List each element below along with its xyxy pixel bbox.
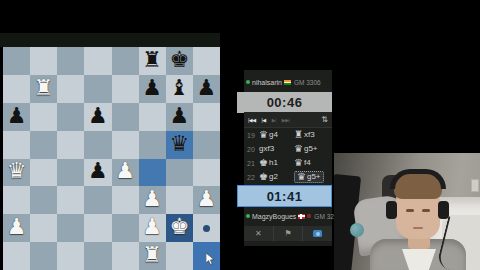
move-number: 22	[244, 174, 259, 181]
square-a6[interactable]: ♟	[3, 103, 30, 131]
white-pawn: ♟	[7, 216, 27, 238]
white-move[interactable]: ♛g4	[259, 130, 294, 140]
square-h3[interactable]: ♟	[193, 186, 220, 214]
picture-frame	[471, 179, 479, 192]
move-navigation-bar: |◀◀ |◀ ▶| ▶▶| ⇅	[244, 112, 332, 128]
webcam-feed	[334, 153, 480, 270]
square-a8[interactable]	[3, 47, 30, 75]
white-pawn: ♟	[142, 188, 162, 210]
black-bishop: ♝	[169, 77, 189, 99]
player-eye	[422, 209, 430, 212]
move-san: f4	[304, 159, 311, 167]
white-king: ♚	[169, 216, 189, 238]
online-dot	[246, 80, 250, 84]
window-top-strip	[0, 33, 220, 47]
square-b2[interactable]	[30, 214, 57, 242]
mouse-cursor	[206, 253, 215, 265]
square-g1[interactable]	[166, 242, 193, 270]
square-h4[interactable]	[193, 159, 220, 187]
square-f3[interactable]: ♟	[139, 186, 166, 214]
square-h2[interactable]	[193, 214, 220, 242]
square-c2[interactable]	[57, 214, 84, 242]
square-f8[interactable]: ♜	[139, 47, 166, 75]
square-e2[interactable]	[112, 214, 139, 242]
opponent-rating: GM 3306	[294, 79, 321, 86]
white-rook: ♜	[34, 77, 54, 99]
white-move[interactable]: ♚g2	[259, 172, 294, 182]
square-c5[interactable]	[57, 131, 84, 159]
black-pawn: ♟	[88, 105, 108, 127]
square-b8[interactable]	[30, 47, 57, 75]
stream-frame: ♜♚♜♟♝♟♟♟♟♛♛♟♟♟♟♟♟♚♜ nihalsarin GM 3306 0…	[0, 0, 480, 270]
white-rook: ♜	[142, 244, 162, 266]
square-b7[interactable]: ♜	[30, 75, 57, 103]
square-g5[interactable]: ♛	[166, 131, 193, 159]
figurine-icon: ♚	[259, 158, 268, 168]
square-f4[interactable]	[139, 159, 166, 187]
square-e7[interactable]	[112, 75, 139, 103]
square-h7[interactable]: ♟	[193, 75, 220, 103]
title-badge-icon	[307, 214, 311, 218]
india-flag-icon	[284, 80, 291, 85]
camera-toggle-button[interactable]	[302, 226, 332, 241]
square-f2[interactable]: ♟	[139, 214, 166, 242]
player-name: MagzyBogues	[252, 213, 296, 220]
square-h6[interactable]	[193, 103, 220, 131]
black-pawn: ♟	[169, 105, 189, 127]
square-a4[interactable]: ♛	[3, 159, 30, 187]
black-move-current[interactable]: ♛g5+	[294, 171, 324, 183]
online-dot	[246, 214, 250, 218]
square-d2[interactable]	[84, 214, 111, 242]
camera-icon	[313, 230, 322, 237]
black-pawn: ♟	[142, 77, 162, 99]
black-pawn: ♟	[197, 77, 217, 99]
square-c6[interactable]	[57, 103, 84, 131]
square-e4[interactable]: ♟	[112, 159, 139, 187]
opponent-clock: 00:46	[237, 92, 332, 113]
move-list: 19♛g4♜xf320gxf3♛g5+21♚h1♛f422♚g2♛g5+	[244, 128, 332, 184]
square-b5[interactable]	[30, 131, 57, 159]
white-pawn: ♟	[115, 160, 135, 182]
move-row-20: 20gxf3♛g5+	[244, 142, 332, 156]
move-san: xf3	[304, 131, 315, 139]
square-h5[interactable]	[193, 131, 220, 159]
square-e5[interactable]	[112, 131, 139, 159]
black-move[interactable]: ♛f4	[294, 158, 332, 168]
square-g2[interactable]: ♚	[166, 214, 193, 242]
square-g8[interactable]: ♚	[166, 47, 193, 75]
square-g6[interactable]: ♟	[166, 103, 193, 131]
figurine-icon: ♛	[297, 172, 306, 182]
legal-move-dot	[203, 225, 210, 232]
figurine-icon: ♛	[259, 130, 268, 140]
black-move[interactable]: ♜xf3	[294, 130, 332, 140]
square-e3[interactable]	[112, 186, 139, 214]
move-number: 19	[244, 132, 259, 139]
figurine-icon: ♛	[294, 158, 303, 168]
square-f6[interactable]	[139, 103, 166, 131]
opponent-row: nihalsarin GM 3306	[246, 75, 330, 89]
square-a1[interactable]	[3, 242, 30, 270]
chess-board[interactable]: ♜♚♜♟♝♟♟♟♟♛♛♟♟♟♟♟♟♚♜	[3, 47, 220, 270]
square-f1[interactable]: ♜	[139, 242, 166, 270]
player-row: MagzyBogues GM 3214	[246, 209, 330, 223]
white-move[interactable]: ♚h1	[259, 158, 294, 168]
black-pawn: ♟	[88, 160, 108, 182]
first-move-button[interactable]: |◀◀	[248, 117, 256, 123]
next-move-button[interactable]: ▶|	[272, 117, 276, 123]
square-g3[interactable]	[166, 186, 193, 214]
square-b4[interactable]	[30, 159, 57, 187]
figurine-icon: ♛	[294, 144, 303, 154]
last-move-button[interactable]: ▶▶|	[282, 117, 290, 123]
player-mouth	[413, 227, 423, 229]
norway-flag-icon	[298, 214, 305, 219]
square-c7[interactable]	[57, 75, 84, 103]
figurine-icon: ♚	[259, 172, 268, 182]
square-d7[interactable]	[84, 75, 111, 103]
black-rook: ♜	[142, 49, 162, 71]
headphones-band-icon	[390, 169, 446, 189]
move-san: h1	[269, 159, 278, 167]
teal-ball	[350, 223, 364, 237]
move-row-21: 21♚h1♛f4	[244, 156, 332, 170]
close-button[interactable]: ✕	[244, 226, 273, 241]
square-a2[interactable]: ♟	[3, 214, 30, 242]
white-pawn: ♟	[142, 216, 162, 238]
move-number: 21	[244, 160, 259, 167]
move-san: g5+	[304, 145, 318, 153]
square-c8[interactable]	[57, 47, 84, 75]
square-c3[interactable]	[57, 186, 84, 214]
square-e1[interactable]	[112, 242, 139, 270]
square-c4[interactable]	[57, 159, 84, 187]
square-b3[interactable]	[30, 186, 57, 214]
square-a5[interactable]	[3, 131, 30, 159]
square-e8[interactable]	[112, 47, 139, 75]
square-c1[interactable]	[57, 242, 84, 270]
game-action-bar: ✕ ⚑	[244, 226, 332, 241]
player-clock: 01:41	[237, 185, 332, 207]
white-pawn: ♟	[197, 188, 217, 210]
square-a3[interactable]	[3, 186, 30, 214]
move-san: gxf3	[259, 145, 274, 153]
square-d5[interactable]	[84, 131, 111, 159]
square-f7[interactable]: ♟	[139, 75, 166, 103]
square-d3[interactable]	[84, 186, 111, 214]
square-b6[interactable]	[30, 103, 57, 131]
move-number: 20	[244, 146, 259, 153]
white-move[interactable]: gxf3	[259, 145, 294, 153]
square-g4[interactable]	[166, 159, 193, 187]
square-e6[interactable]	[112, 103, 139, 131]
square-d6[interactable]: ♟	[84, 103, 111, 131]
square-g7[interactable]: ♝	[166, 75, 193, 103]
square-d8[interactable]	[84, 47, 111, 75]
player-eye	[406, 209, 414, 212]
prev-move-button[interactable]: |◀	[262, 117, 266, 123]
black-pawn: ♟	[7, 105, 27, 127]
square-d1[interactable]	[84, 242, 111, 270]
white-queen: ♛	[7, 160, 27, 182]
square-b1[interactable]	[30, 242, 57, 270]
headphone-earcup-left	[386, 201, 397, 219]
move-san: g5+	[307, 173, 321, 181]
sort-moves-icon[interactable]: ⇅	[321, 115, 328, 124]
square-h8[interactable]	[193, 47, 220, 75]
square-d4[interactable]: ♟	[84, 159, 111, 187]
square-f5[interactable]	[139, 131, 166, 159]
move-san: g2	[269, 173, 278, 181]
black-queen: ♛	[169, 133, 189, 155]
square-a7[interactable]	[3, 75, 30, 103]
move-san: g4	[269, 131, 278, 139]
black-king: ♚	[169, 49, 189, 71]
move-row-22: 22♚g2♛g5+	[244, 170, 332, 184]
figurine-icon: ♜	[294, 130, 303, 140]
opponent-name: nihalsarin	[252, 79, 282, 86]
black-move[interactable]: ♛g5+	[294, 144, 332, 154]
resign-flag-button[interactable]: ⚑	[273, 226, 303, 241]
move-row-19: 19♛g4♜xf3	[244, 128, 332, 142]
